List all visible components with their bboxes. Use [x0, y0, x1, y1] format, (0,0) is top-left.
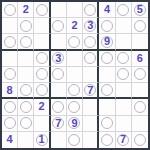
given-digit: 9: [99, 34, 114, 48]
odd-circle-icon: [101, 134, 113, 146]
odd-circle-icon: [52, 101, 64, 113]
cell-r8c0[interactable]: 4: [2, 132, 18, 148]
odd-circle-icon: [84, 4, 96, 16]
odd-circle-icon: [36, 52, 48, 64]
odd-circle-icon: [68, 84, 80, 96]
odd-circle-icon: [36, 68, 48, 80]
odd-circle-icon: [84, 52, 96, 64]
cell-r7c1[interactable]: [18, 116, 34, 132]
cell-r1c5[interactable]: 3: [83, 18, 99, 34]
cell-r1c2[interactable]: [34, 18, 50, 34]
cell-r8c4[interactable]: [67, 132, 83, 148]
cell-r5c4[interactable]: [67, 83, 83, 99]
odd-circle-icon: [52, 68, 64, 80]
cell-r0c5[interactable]: [83, 2, 99, 18]
cell-r7c8[interactable]: [132, 116, 148, 132]
cell-r4c4[interactable]: [67, 67, 83, 83]
given-digit: 2: [67, 18, 82, 33]
cell-r1c1[interactable]: [18, 18, 34, 34]
cell-r5c8[interactable]: [132, 83, 148, 99]
given-digit: 7: [51, 116, 66, 131]
odd-circle-icon: [68, 134, 80, 146]
cell-r8c1[interactable]: [18, 132, 34, 148]
odd-circle-icon: [117, 4, 129, 16]
cell-r3c7[interactable]: [116, 51, 132, 67]
cell-r7c6[interactable]: [99, 116, 115, 132]
given-digit: 7: [83, 83, 97, 97]
cell-r6c2[interactable]: 2: [34, 99, 50, 115]
odd-circle-icon: [68, 101, 80, 113]
odd-circle-icon: [68, 36, 80, 48]
cell-r8c2[interactable]: 1: [34, 132, 50, 148]
cell-r5c3[interactable]: [51, 83, 67, 99]
cell-r4c0[interactable]: [2, 67, 18, 83]
cell-r6c0[interactable]: [2, 99, 18, 115]
sudoku-puzzle: 2452393687279417: [0, 0, 150, 150]
odd-circle-icon: [4, 36, 16, 48]
cell-r1c3[interactable]: [51, 18, 67, 34]
cell-r8c6[interactable]: [99, 132, 115, 148]
given-digit: 8: [2, 83, 17, 97]
cell-r3c4[interactable]: [67, 51, 83, 67]
cell-r6c4[interactable]: [67, 99, 83, 115]
cell-r7c7[interactable]: [116, 116, 132, 132]
odd-circle-icon: [134, 68, 146, 80]
odd-circle-icon: [84, 36, 96, 48]
cell-r2c7[interactable]: [116, 34, 132, 50]
cell-r7c3[interactable]: 7: [51, 116, 67, 132]
sudoku-board: 2452393687279417: [0, 0, 150, 150]
cell-r7c4[interactable]: 9: [67, 116, 83, 132]
cell-r2c4[interactable]: [67, 34, 83, 50]
given-digit: 9: [67, 116, 82, 131]
cell-r0c6[interactable]: 4: [99, 2, 115, 18]
cell-r1c8[interactable]: [132, 18, 148, 34]
cell-r4c8[interactable]: [132, 67, 148, 83]
given-digit: 1: [34, 132, 48, 148]
cell-r7c0[interactable]: [2, 116, 18, 132]
odd-circle-icon: [36, 4, 48, 16]
given-digit: 4: [99, 2, 114, 17]
given-digit: 3: [51, 51, 66, 66]
cell-r0c4[interactable]: [67, 2, 83, 18]
cell-r6c8[interactable]: [132, 99, 148, 115]
given-digit: 2: [34, 99, 48, 114]
cell-r5c2[interactable]: [34, 83, 50, 99]
cell-r1c0[interactable]: [2, 18, 18, 34]
cell-r3c6[interactable]: [99, 51, 115, 67]
odd-circle-icon: [101, 117, 113, 129]
cell-r0c8[interactable]: 5: [132, 2, 148, 18]
cell-r3c5[interactable]: [83, 51, 99, 67]
cell-r3c3[interactable]: 3: [51, 51, 67, 67]
cell-r0c7[interactable]: [116, 2, 132, 18]
cell-r2c5[interactable]: [83, 34, 99, 50]
cell-r4c5[interactable]: [83, 67, 99, 83]
odd-circle-icon: [20, 117, 32, 129]
cell-r3c0[interactable]: [2, 51, 18, 67]
odd-circle-icon: [101, 52, 113, 64]
odd-circle-icon: [117, 52, 129, 64]
cell-r2c0[interactable]: [2, 34, 18, 50]
cell-r5c1[interactable]: [18, 83, 34, 99]
cell-r5c7[interactable]: [116, 83, 132, 99]
odd-circle-icon: [101, 20, 113, 32]
odd-circle-icon: [4, 4, 16, 16]
given-digit: 6: [132, 51, 148, 66]
given-digit: 3: [83, 18, 97, 33]
cell-r2c6[interactable]: 9: [99, 34, 115, 50]
odd-circle-icon: [4, 101, 16, 113]
cell-r6c6[interactable]: [99, 99, 115, 115]
cell-r3c1[interactable]: [18, 51, 34, 67]
odd-circle-icon: [36, 84, 48, 96]
given-digit: 2: [18, 2, 33, 17]
cell-r1c4[interactable]: 2: [67, 18, 83, 34]
cell-r8c7[interactable]: 7: [116, 132, 132, 148]
odd-circle-icon: [20, 84, 32, 96]
cell-r8c8[interactable]: [132, 132, 148, 148]
odd-circle-icon: [101, 84, 113, 96]
odd-circle-icon: [4, 117, 16, 129]
odd-circle-icon: [20, 36, 32, 48]
cell-r4c1[interactable]: [18, 67, 34, 83]
given-digit: 5: [132, 2, 148, 17]
odd-circle-icon: [134, 101, 146, 113]
cell-r4c2[interactable]: [34, 67, 50, 83]
odd-circle-icon: [134, 134, 146, 146]
odd-circle-icon: [134, 20, 146, 32]
cell-r2c2[interactable]: [34, 34, 50, 50]
cell-r6c7[interactable]: [116, 99, 132, 115]
cell-r2c1[interactable]: [18, 34, 34, 50]
cell-r1c6[interactable]: [99, 18, 115, 34]
cell-r3c2[interactable]: [34, 51, 50, 67]
odd-circle-icon: [20, 20, 32, 32]
cell-r8c3[interactable]: [51, 132, 67, 148]
cell-r3c8[interactable]: 6: [132, 51, 148, 67]
given-digit: 4: [2, 132, 17, 148]
cell-r0c0[interactable]: [2, 2, 18, 18]
cell-r2c3[interactable]: [51, 34, 67, 50]
cell-r6c1[interactable]: [18, 99, 34, 115]
odd-circle-icon: [52, 20, 64, 32]
given-digit: 7: [116, 132, 131, 148]
cell-r5c0[interactable]: 8: [2, 83, 18, 99]
cell-r6c5[interactable]: [83, 99, 99, 115]
cell-r5c5[interactable]: 7: [83, 83, 99, 99]
cell-r5c6[interactable]: [99, 83, 115, 99]
cell-r2c8[interactable]: [132, 34, 148, 50]
odd-circle-icon: [117, 68, 129, 80]
odd-circle-icon: [4, 68, 16, 80]
cell-r1c7[interactable]: [116, 18, 132, 34]
cell-r7c5[interactable]: [83, 116, 99, 132]
cell-r0c2[interactable]: [34, 2, 50, 18]
cell-r0c3[interactable]: [51, 2, 67, 18]
cell-r4c6[interactable]: [99, 67, 115, 83]
cell-r6c3[interactable]: [51, 99, 67, 115]
cell-r4c3[interactable]: [51, 67, 67, 83]
cell-r8c5[interactable]: [83, 132, 99, 148]
cell-r4c7[interactable]: [116, 67, 132, 83]
odd-circle-icon: [20, 101, 32, 113]
cell-r0c1[interactable]: 2: [18, 2, 34, 18]
cell-r7c2[interactable]: [34, 116, 50, 132]
